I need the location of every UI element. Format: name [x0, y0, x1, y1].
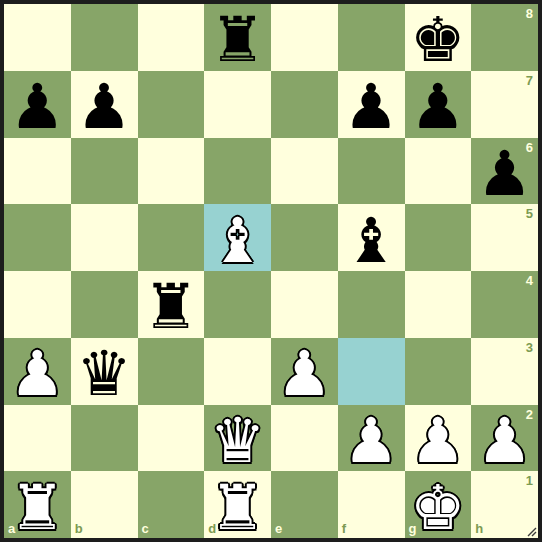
square-g7[interactable]: ♟ — [405, 71, 472, 138]
square-e4[interactable] — [271, 271, 338, 338]
file-label-b: b — [75, 522, 83, 535]
square-b4[interactable] — [71, 271, 138, 338]
rank-label-1: 1 — [526, 474, 533, 487]
rank-label-4: 4 — [526, 274, 533, 287]
rank-label-2: 2 — [526, 408, 533, 421]
square-e5[interactable] — [271, 204, 338, 271]
rank-label-3: 3 — [526, 341, 533, 354]
square-d5[interactable]: ♝ — [204, 204, 271, 271]
rank-label-8: 8 — [526, 7, 533, 20]
square-c4[interactable]: ♜ — [138, 271, 205, 338]
square-g2[interactable]: ♟ — [405, 405, 472, 472]
square-c5[interactable] — [138, 204, 205, 271]
chess-board-frame: ♜♚8♟♟♟♟7♟6♝♝5♜4♟♛♟3♛♟♟♟2♜abc♜def♚gh1 — [0, 0, 542, 542]
square-g1[interactable]: ♚g — [405, 471, 472, 538]
square-f4[interactable] — [338, 271, 405, 338]
square-h4[interactable]: 4 — [471, 271, 538, 338]
file-label-e: e — [275, 522, 282, 535]
square-e6[interactable] — [271, 138, 338, 205]
square-d1[interactable]: ♜d — [204, 471, 271, 538]
square-c1[interactable]: c — [138, 471, 205, 538]
square-b3[interactable]: ♛ — [71, 338, 138, 405]
square-b6[interactable] — [71, 138, 138, 205]
square-d4[interactable] — [204, 271, 271, 338]
board-resize-handle-icon[interactable] — [524, 524, 537, 537]
square-e7[interactable] — [271, 71, 338, 138]
square-a2[interactable] — [4, 405, 71, 472]
square-g5[interactable] — [405, 204, 472, 271]
piece-black-rook[interactable]: ♜ — [143, 276, 199, 337]
file-label-a: a — [8, 522, 15, 535]
square-c8[interactable] — [138, 4, 205, 71]
square-b7[interactable]: ♟ — [71, 71, 138, 138]
piece-black-king[interactable]: ♚ — [410, 9, 466, 70]
square-h7[interactable]: 7 — [471, 71, 538, 138]
square-e3[interactable]: ♟ — [271, 338, 338, 405]
square-h2[interactable]: ♟2 — [471, 405, 538, 472]
piece-white-queen[interactable]: ♛ — [210, 410, 266, 471]
piece-white-king[interactable]: ♚ — [410, 477, 466, 538]
square-a6[interactable] — [4, 138, 71, 205]
square-c3[interactable] — [138, 338, 205, 405]
square-b5[interactable] — [71, 204, 138, 271]
rank-label-6: 6 — [526, 141, 533, 154]
piece-white-pawn[interactable]: ♟ — [343, 410, 399, 471]
square-a7[interactable]: ♟ — [4, 71, 71, 138]
square-f1[interactable]: f — [338, 471, 405, 538]
square-d3[interactable] — [204, 338, 271, 405]
square-c7[interactable] — [138, 71, 205, 138]
square-g3[interactable] — [405, 338, 472, 405]
piece-white-pawn[interactable]: ♟ — [410, 410, 466, 471]
piece-white-pawn[interactable]: ♟ — [277, 343, 333, 404]
square-a4[interactable] — [4, 271, 71, 338]
file-label-c: c — [142, 522, 149, 535]
square-a8[interactable] — [4, 4, 71, 71]
square-c2[interactable] — [138, 405, 205, 472]
square-f5[interactable]: ♝ — [338, 204, 405, 271]
square-f3[interactable] — [338, 338, 405, 405]
piece-black-bishop[interactable]: ♝ — [343, 210, 399, 271]
piece-black-pawn[interactable]: ♟ — [343, 76, 399, 137]
square-e2[interactable] — [271, 405, 338, 472]
square-g4[interactable] — [405, 271, 472, 338]
square-d8[interactable]: ♜ — [204, 4, 271, 71]
piece-white-rook[interactable]: ♜ — [10, 477, 66, 538]
piece-black-pawn[interactable]: ♟ — [10, 76, 66, 137]
piece-black-queen[interactable]: ♛ — [76, 343, 132, 404]
square-d7[interactable] — [204, 71, 271, 138]
rank-label-5: 5 — [526, 207, 533, 220]
square-b1[interactable]: b — [71, 471, 138, 538]
square-h6[interactable]: ♟6 — [471, 138, 538, 205]
square-f2[interactable]: ♟ — [338, 405, 405, 472]
square-e8[interactable] — [271, 4, 338, 71]
square-h5[interactable]: 5 — [471, 204, 538, 271]
square-g8[interactable]: ♚ — [405, 4, 472, 71]
piece-black-pawn[interactable]: ♟ — [410, 76, 466, 137]
square-b8[interactable] — [71, 4, 138, 71]
file-label-h: h — [475, 522, 483, 535]
piece-black-pawn[interactable]: ♟ — [477, 143, 533, 204]
square-h3[interactable]: 3 — [471, 338, 538, 405]
square-f7[interactable]: ♟ — [338, 71, 405, 138]
square-d2[interactable]: ♛ — [204, 405, 271, 472]
piece-black-pawn[interactable]: ♟ — [76, 76, 132, 137]
piece-white-rook[interactable]: ♜ — [210, 477, 266, 538]
square-h8[interactable]: 8 — [471, 4, 538, 71]
piece-black-rook[interactable]: ♜ — [210, 9, 266, 70]
chess-board: ♜♚8♟♟♟♟7♟6♝♝5♜4♟♛♟3♛♟♟♟2♜abc♜def♚gh1 — [4, 4, 538, 538]
piece-white-pawn[interactable]: ♟ — [477, 410, 533, 471]
piece-white-bishop[interactable]: ♝ — [210, 210, 266, 271]
square-a3[interactable]: ♟ — [4, 338, 71, 405]
file-label-d: d — [208, 522, 216, 535]
square-g6[interactable] — [405, 138, 472, 205]
rank-label-7: 7 — [526, 74, 533, 87]
file-label-g: g — [409, 522, 417, 535]
square-e1[interactable]: e — [271, 471, 338, 538]
square-f8[interactable] — [338, 4, 405, 71]
square-d6[interactable] — [204, 138, 271, 205]
piece-white-pawn[interactable]: ♟ — [10, 343, 66, 404]
file-label-f: f — [342, 522, 346, 535]
square-f6[interactable] — [338, 138, 405, 205]
square-b2[interactable] — [71, 405, 138, 472]
square-a1[interactable]: ♜a — [4, 471, 71, 538]
square-h1[interactable]: h1 — [471, 471, 538, 538]
square-c6[interactable] — [138, 138, 205, 205]
square-a5[interactable] — [4, 204, 71, 271]
